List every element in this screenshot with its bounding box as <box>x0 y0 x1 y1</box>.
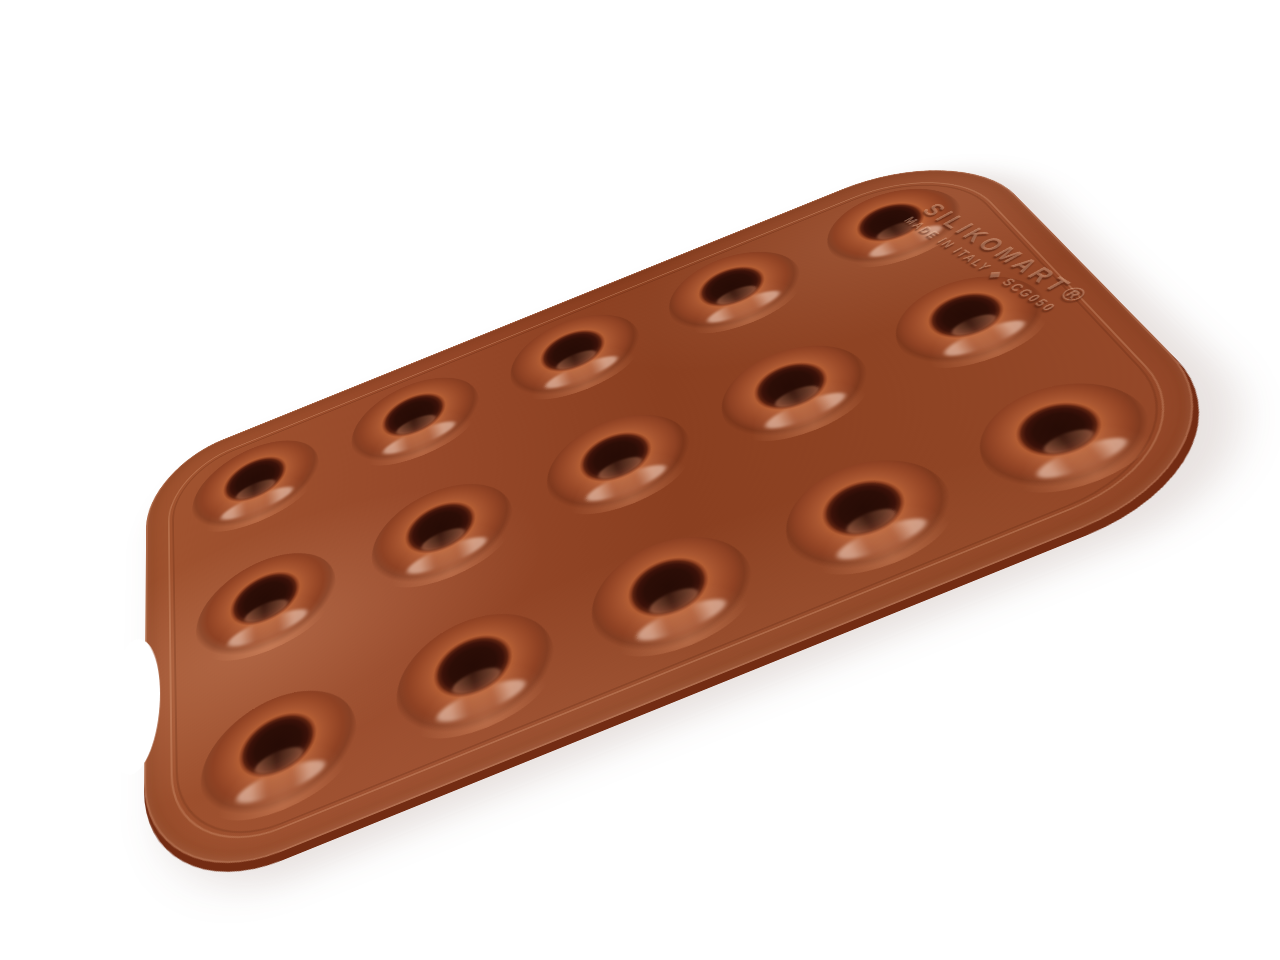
cavity-grid <box>175 156 1224 884</box>
cavity-gloss <box>236 476 276 504</box>
cavity-gloss <box>420 524 466 555</box>
cavity-gloss <box>843 504 900 539</box>
mold-cavity <box>766 439 978 597</box>
cavity-gloss <box>596 453 644 483</box>
cavity-gloss <box>395 411 437 438</box>
cavity-gloss <box>1039 425 1098 459</box>
cavity-gloss <box>772 382 822 412</box>
cavity-gloss <box>254 741 303 779</box>
cavity-gloss <box>555 347 598 374</box>
cavity-gloss <box>714 282 759 308</box>
photo-stage: SILIKOMART® MADE IN ITALY ◆ SCG050 <box>0 0 1280 960</box>
cavity-gloss <box>948 311 1000 340</box>
mold-tray: SILIKOMART® MADE IN ITALY ◆ SCG050 <box>143 141 1268 908</box>
mold-cavity <box>388 592 569 763</box>
mold-cavity <box>199 668 364 845</box>
cavity-gloss <box>451 662 503 699</box>
mold-cavity <box>577 516 773 681</box>
cavity-gloss <box>647 583 701 619</box>
cavity-gloss <box>244 595 288 627</box>
